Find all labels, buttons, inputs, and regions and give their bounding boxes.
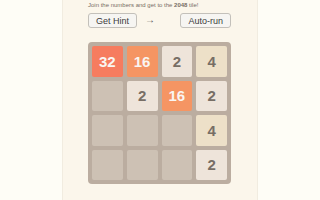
cell-r2c3-tile-4: 4 xyxy=(196,115,227,146)
cell-r2c0-empty xyxy=(92,115,123,146)
cell-r1c2-tile-16: 16 xyxy=(162,81,193,112)
tagline-suffix: tile! xyxy=(187,2,198,8)
cell-r1c3-tile-2: 2 xyxy=(196,81,227,112)
cell-r0c1-tile-16: 16 xyxy=(127,46,158,77)
cell-r3c0-empty xyxy=(92,150,123,181)
cell-r0c0-tile-32: 32 xyxy=(92,46,123,77)
board-grid: 32 16 2 4 2 16 2 4 2 xyxy=(88,42,231,184)
controls-row: Get Hint → Auto-run xyxy=(88,12,231,28)
auto-run-button[interactable]: Auto-run xyxy=(180,13,231,28)
cell-r0c3-tile-4: 4 xyxy=(196,46,227,77)
cell-r3c1-empty xyxy=(127,150,158,181)
cell-r3c3-tile-2: 2 xyxy=(196,150,227,181)
cell-r0c2-tile-2: 2 xyxy=(162,46,193,77)
cell-r3c2-empty xyxy=(162,150,193,181)
cell-r2c2-empty xyxy=(162,115,193,146)
hint-group: Get Hint → xyxy=(88,13,155,28)
tagline: Join the numbers and get to the 2048 til… xyxy=(88,1,248,9)
cell-r1c0-empty xyxy=(92,81,123,112)
get-hint-button[interactable]: Get Hint xyxy=(88,13,137,28)
hint-right-arrow-icon: → xyxy=(145,15,155,25)
tagline-goal: 2048 xyxy=(174,2,187,8)
cell-r1c1-tile-2: 2 xyxy=(127,81,158,112)
cell-r2c1-empty xyxy=(127,115,158,146)
tagline-prefix: Join the numbers and get to the xyxy=(88,2,174,8)
